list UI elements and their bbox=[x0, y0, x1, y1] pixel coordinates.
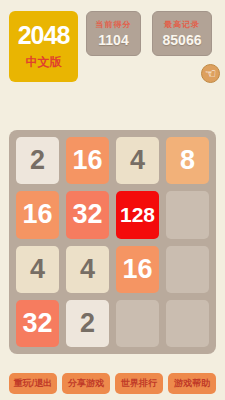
current-score-value: 1104 bbox=[98, 32, 128, 48]
empty-cell bbox=[166, 246, 209, 293]
best-score-box: 最高记录 85066 bbox=[152, 11, 212, 56]
best-score-label: 最高记录 bbox=[164, 19, 200, 30]
tile-16: 16 bbox=[116, 246, 159, 293]
tile-4: 4 bbox=[116, 137, 159, 184]
tile-16: 16 bbox=[16, 191, 59, 238]
restart-exit-button[interactable]: 重玩/退出 bbox=[9, 373, 57, 394]
tile-2: 2 bbox=[16, 137, 59, 184]
empty-cell bbox=[116, 300, 159, 347]
empty-cell bbox=[166, 300, 209, 347]
board[interactable]: 2164816321284416322 bbox=[9, 130, 216, 354]
logo-title: 2048 bbox=[18, 23, 70, 48]
logo-subtitle: 中文版 bbox=[26, 54, 62, 71]
tile-128: 128 bbox=[116, 191, 159, 238]
tile-2: 2 bbox=[66, 300, 109, 347]
tile-16: 16 bbox=[66, 137, 109, 184]
current-score-box: 当前得分 1104 bbox=[86, 11, 141, 56]
logo-2048: 2048 中文版 bbox=[9, 11, 78, 82]
tile-4: 4 bbox=[16, 246, 59, 293]
footer-buttons: 重玩/退出 分享游戏 世界排行 游戏帮助 bbox=[9, 373, 216, 394]
empty-cell bbox=[166, 191, 209, 238]
tile-32: 32 bbox=[16, 300, 59, 347]
world-ranking-button[interactable]: 世界排行 bbox=[115, 373, 163, 394]
game-help-button[interactable]: 游戏帮助 bbox=[168, 373, 216, 394]
tile-32: 32 bbox=[66, 191, 109, 238]
best-score-value: 85066 bbox=[163, 32, 202, 48]
share-game-button[interactable]: 分享游戏 bbox=[62, 373, 110, 394]
current-score-label: 当前得分 bbox=[96, 19, 132, 30]
hand-pointer-icon[interactable]: ☜ bbox=[201, 64, 220, 83]
tile-4: 4 bbox=[66, 246, 109, 293]
tile-8: 8 bbox=[166, 137, 209, 184]
